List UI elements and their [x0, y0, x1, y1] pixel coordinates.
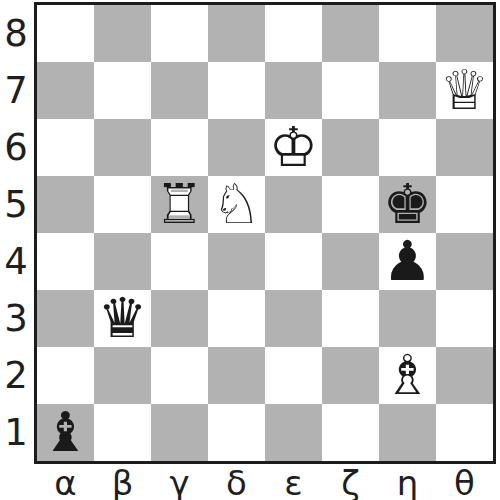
- square-f4: [322, 233, 379, 290]
- square-g1: [379, 404, 436, 461]
- file-label-b: β: [94, 463, 151, 500]
- square-d7: [208, 62, 265, 119]
- square-d4: [208, 233, 265, 290]
- file-label-c: γ: [151, 463, 208, 500]
- square-g3: [379, 290, 436, 347]
- rank-labels: 87654321: [0, 5, 32, 461]
- rank-label-3: 3: [0, 290, 32, 347]
- square-f1: [322, 404, 379, 461]
- black-bishop-glyph: ♝: [37, 404, 94, 461]
- square-h8: [436, 5, 493, 62]
- square-h6: [436, 119, 493, 176]
- chess-diagram: 87654321 ♛♕♚♔♜♖♞♘♚♟♛♝♗♝ αβγδεζηθ: [0, 0, 500, 500]
- square-f8: [322, 5, 379, 62]
- square-f5: [322, 176, 379, 233]
- square-h1: [436, 404, 493, 461]
- rank-label-7: 7: [0, 62, 32, 119]
- white-king-glyph: ♔: [265, 119, 322, 176]
- file-labels: αβγδεζηθ: [37, 463, 493, 500]
- white-rook-piece: ♜♖: [151, 176, 208, 233]
- square-d8: [208, 5, 265, 62]
- square-d3: [208, 290, 265, 347]
- white-queen-glyph: ♕: [436, 62, 493, 119]
- square-b4: [94, 233, 151, 290]
- square-a2: [37, 347, 94, 404]
- square-d1: [208, 404, 265, 461]
- square-e3: [265, 290, 322, 347]
- square-b1: [94, 404, 151, 461]
- white-rook-glyph: ♖: [151, 176, 208, 233]
- square-b3: ♛: [94, 290, 151, 347]
- white-knight-piece: ♞♘: [208, 176, 265, 233]
- square-b2: [94, 347, 151, 404]
- rank-label-1: 1: [0, 404, 32, 461]
- square-d6: [208, 119, 265, 176]
- square-e6: ♚♔: [265, 119, 322, 176]
- square-a5: [37, 176, 94, 233]
- black-pawn-glyph: ♟: [379, 233, 436, 290]
- black-king-glyph: ♚: [379, 176, 436, 233]
- square-f7: [322, 62, 379, 119]
- file-label-h: θ: [436, 463, 493, 500]
- square-a4: [37, 233, 94, 290]
- square-e1: [265, 404, 322, 461]
- black-pawn-piece: ♟: [379, 233, 436, 290]
- square-a3: [37, 290, 94, 347]
- white-bishop-piece: ♝♗: [379, 347, 436, 404]
- square-e7: [265, 62, 322, 119]
- square-h4: [436, 233, 493, 290]
- square-g7: [379, 62, 436, 119]
- square-f6: [322, 119, 379, 176]
- square-b5: [94, 176, 151, 233]
- square-f3: [322, 290, 379, 347]
- square-g4: ♟: [379, 233, 436, 290]
- square-b7: [94, 62, 151, 119]
- black-bishop-piece: ♝: [37, 404, 94, 461]
- square-b6: [94, 119, 151, 176]
- board: ♛♕♚♔♜♖♞♘♚♟♛♝♗♝: [34, 2, 496, 464]
- square-e2: [265, 347, 322, 404]
- square-a6: [37, 119, 94, 176]
- black-queen-glyph: ♛: [94, 290, 151, 347]
- square-g6: [379, 119, 436, 176]
- square-d2: [208, 347, 265, 404]
- file-label-a: α: [37, 463, 94, 500]
- square-c7: [151, 62, 208, 119]
- square-c2: [151, 347, 208, 404]
- rank-label-5: 5: [0, 176, 32, 233]
- file-label-d: δ: [208, 463, 265, 500]
- square-h5: [436, 176, 493, 233]
- square-e5: [265, 176, 322, 233]
- white-bishop-glyph: ♗: [379, 347, 436, 404]
- square-c4: [151, 233, 208, 290]
- square-c5: ♜♖: [151, 176, 208, 233]
- rank-label-2: 2: [0, 347, 32, 404]
- square-c6: [151, 119, 208, 176]
- white-king-piece: ♚♔: [265, 119, 322, 176]
- square-e4: [265, 233, 322, 290]
- square-c8: [151, 5, 208, 62]
- rank-label-8: 8: [0, 5, 32, 62]
- square-a1: ♝: [37, 404, 94, 461]
- square-g2: ♝♗: [379, 347, 436, 404]
- rank-label-4: 4: [0, 233, 32, 290]
- square-h7: ♛♕: [436, 62, 493, 119]
- square-h2: [436, 347, 493, 404]
- file-label-f: ζ: [322, 463, 379, 500]
- square-a8: [37, 5, 94, 62]
- rank-label-6: 6: [0, 119, 32, 176]
- square-h3: [436, 290, 493, 347]
- white-knight-glyph: ♘: [208, 176, 265, 233]
- black-queen-piece: ♛: [94, 290, 151, 347]
- file-label-g: η: [379, 463, 436, 500]
- square-f2: [322, 347, 379, 404]
- square-a7: [37, 62, 94, 119]
- square-g5: ♚: [379, 176, 436, 233]
- black-king-piece: ♚: [379, 176, 436, 233]
- square-b8: [94, 5, 151, 62]
- square-c1: [151, 404, 208, 461]
- white-queen-piece: ♛♕: [436, 62, 493, 119]
- square-d5: ♞♘: [208, 176, 265, 233]
- square-c3: [151, 290, 208, 347]
- square-e8: [265, 5, 322, 62]
- file-label-e: ε: [265, 463, 322, 500]
- square-g8: [379, 5, 436, 62]
